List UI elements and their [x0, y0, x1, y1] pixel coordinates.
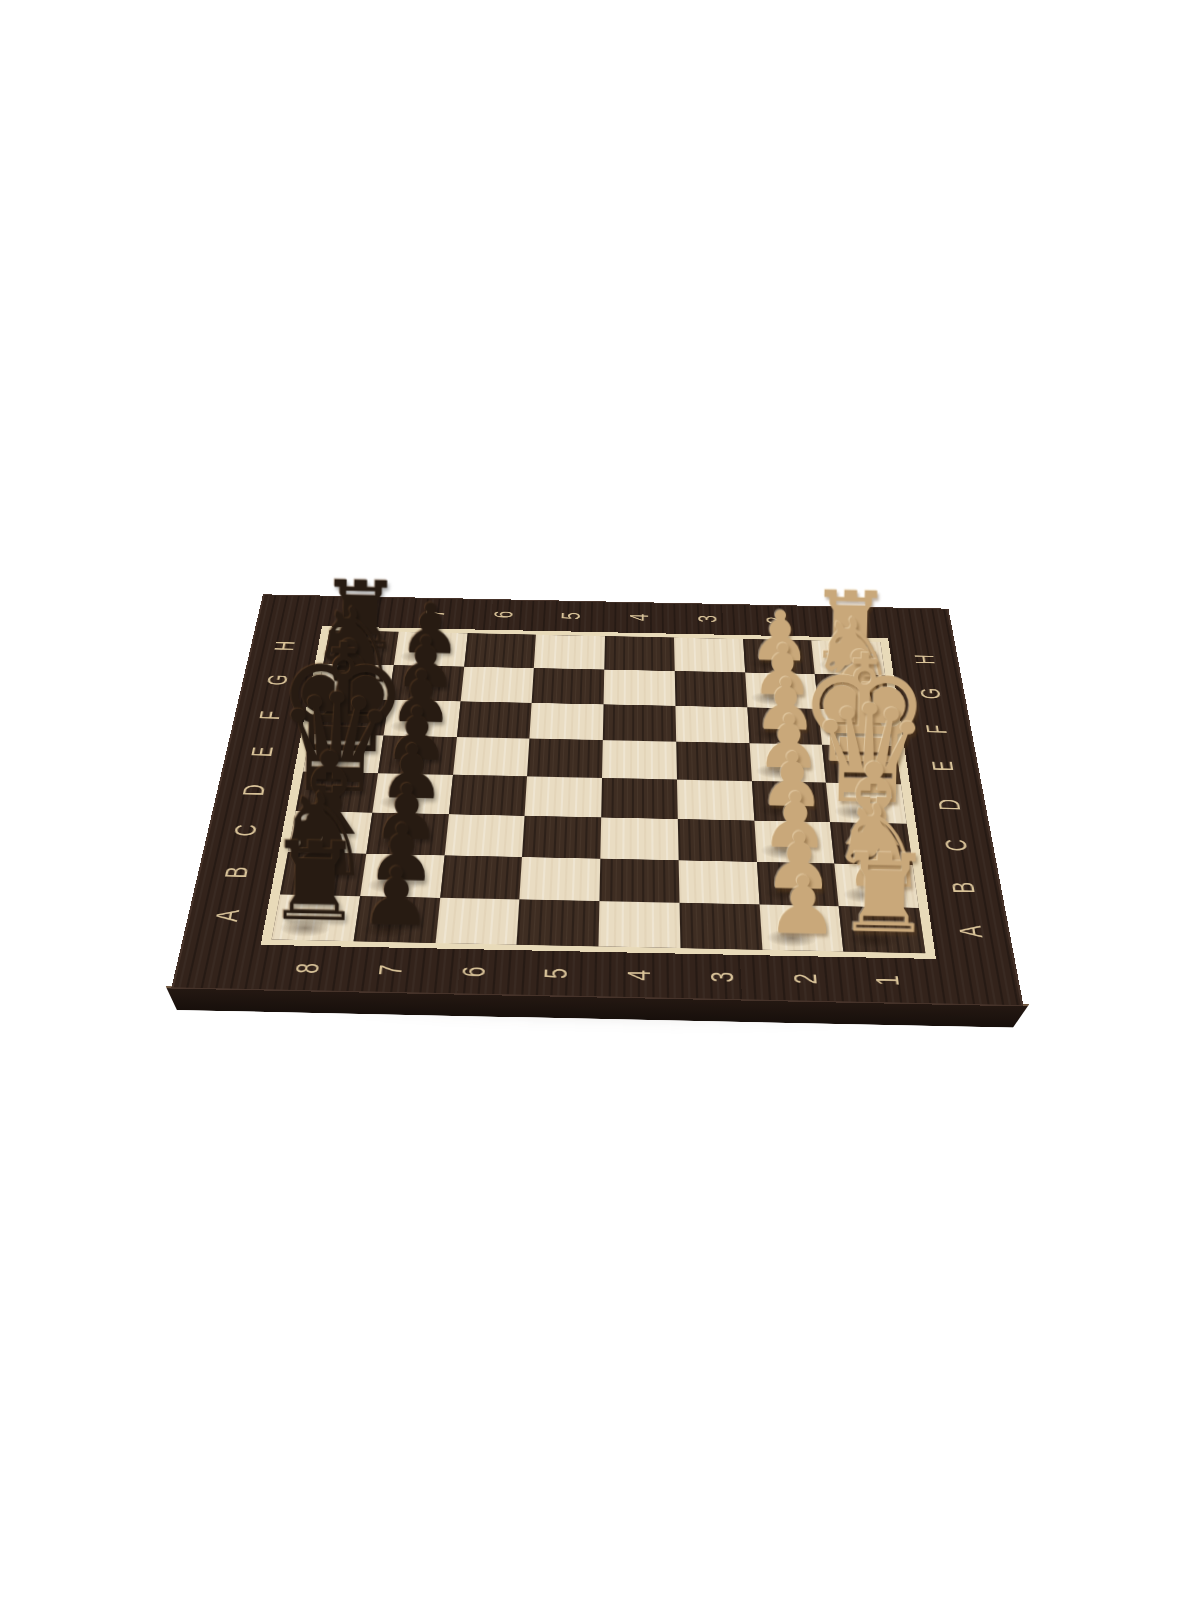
square-f6: [456, 701, 531, 739]
square-c2: ♟: [754, 821, 835, 864]
square-e6: [453, 737, 530, 776]
square-b6: [440, 855, 523, 900]
rank-label-6: 6: [469, 598, 537, 631]
square-a8: ♜: [272, 895, 360, 942]
square-f2: ♟: [747, 707, 822, 745]
file-label-F: F: [230, 697, 310, 733]
square-b2: ♟: [756, 862, 839, 907]
chessboard-scene: 87654321 87654321 HGFEDCBA HGFEDCBA ♜♟♟♜…: [214, 390, 990, 1166]
square-h6: [464, 633, 536, 668]
square-b5: [520, 857, 601, 902]
rank-label-2: 2: [742, 604, 810, 637]
file-label-E: E: [903, 747, 983, 785]
square-h8: ♜: [323, 630, 398, 665]
square-h2: ♟: [743, 639, 815, 674]
rank-label-3: 3: [674, 602, 741, 635]
playing-field: ♜♟♟♜♞♟♟♞♝♟♟♝♚♟♟♚♛♟♟♛♝♟♟♝♞♟♟♞♜♟♟♜: [261, 626, 936, 959]
square-b8: ♞: [280, 852, 366, 896]
rank-label-3: 3: [682, 953, 764, 1002]
square-d4: [601, 778, 677, 819]
rank-label-5: 5: [538, 600, 605, 633]
rank-label-8: 8: [331, 595, 402, 628]
file-label-C: C: [202, 810, 288, 851]
file-label-G: G: [238, 663, 316, 698]
rank-label-1: 1: [809, 605, 879, 638]
rank-label-5: 5: [515, 949, 597, 998]
square-d7: ♟: [372, 773, 452, 814]
square-d6: [448, 775, 527, 816]
rank-label-7: 7: [347, 946, 433, 995]
square-b3: [678, 860, 759, 905]
square-c4: [600, 817, 678, 860]
square-d1: ♛: [826, 783, 906, 824]
square-e4: [602, 740, 677, 779]
square-a5: [517, 900, 600, 947]
rank-label-1: 1: [846, 956, 932, 1005]
rank-label-6: 6: [431, 948, 515, 997]
square-d8: ♛: [296, 772, 378, 813]
chessboard: 87654321 87654321 HGFEDCBA HGFEDCBA ♜♟♟♜…: [171, 594, 1023, 1006]
rank-label-4: 4: [606, 601, 672, 634]
file-label-C: C: [915, 825, 999, 866]
square-f7: ♟: [383, 700, 460, 738]
square-e5: [527, 739, 603, 778]
file-label-H: H: [246, 629, 322, 662]
square-a6: [435, 898, 520, 945]
square-h4: [604, 636, 674, 671]
square-g1: ♞: [815, 674, 890, 710]
rank-label-7: 7: [400, 597, 470, 630]
square-g6: [460, 667, 534, 703]
square-f1: ♝: [819, 709, 896, 747]
square-h7: ♟: [394, 632, 468, 667]
file-label-A: A: [182, 894, 272, 939]
board-grid: ♜♟♟♜♞♟♟♞♝♟♟♝♚♟♟♚♛♟♟♛♝♟♟♝♞♟♟♞♜♟♟♜: [272, 630, 926, 953]
square-c7: ♟: [366, 813, 448, 856]
square-c6: [444, 814, 525, 857]
file-label-E: E: [221, 733, 303, 771]
square-h5: [534, 635, 605, 670]
file-label-G: G: [892, 676, 969, 711]
square-b4: [599, 858, 679, 903]
square-e2: ♟: [749, 743, 826, 782]
square-g3: [675, 671, 747, 707]
square-c1: ♝: [830, 822, 912, 865]
file-label-B: B: [192, 851, 280, 894]
square-g4: [604, 669, 676, 705]
rank-label-8: 8: [263, 944, 351, 993]
square-f5: [530, 703, 604, 741]
product-photo-stage: 87654321 87654321 HGFEDCBA HGFEDCBA ♜♟♟♜…: [0, 0, 1200, 1600]
rank-label-4: 4: [599, 951, 680, 1000]
file-label-D: D: [909, 785, 991, 825]
square-a7: ♟: [353, 896, 439, 943]
square-h3: [674, 638, 745, 673]
square-g8: ♞: [317, 664, 394, 700]
square-e1: ♚: [822, 745, 901, 784]
square-f3: [675, 706, 749, 744]
square-a1: ♜: [839, 906, 925, 953]
square-f4: [603, 704, 676, 742]
square-d5: [525, 776, 602, 817]
square-e3: [676, 742, 752, 781]
square-c3: [678, 819, 757, 862]
square-a2: ♟: [759, 905, 844, 952]
file-label-H: H: [887, 643, 962, 677]
square-g5: [532, 668, 604, 704]
square-g7: ♟: [389, 665, 464, 701]
square-e7: ♟: [378, 736, 457, 775]
square-a4: [598, 901, 680, 948]
square-f8: ♝: [310, 698, 388, 736]
rank-label-2: 2: [764, 955, 848, 1004]
square-d3: [677, 780, 754, 821]
file-label-B: B: [921, 866, 1007, 909]
square-d2: ♟: [751, 781, 830, 822]
file-label-A: A: [927, 909, 1015, 954]
square-b1: ♞: [835, 863, 919, 908]
square-b7: ♟: [360, 854, 444, 899]
file-label-F: F: [898, 711, 976, 747]
square-a3: [679, 903, 762, 950]
square-e8: ♚: [303, 734, 383, 773]
square-c5: [522, 816, 601, 859]
square-c8: ♝: [288, 811, 372, 854]
square-h1: ♜: [812, 640, 886, 675]
square-g2: ♟: [745, 672, 819, 708]
file-label-D: D: [212, 771, 296, 810]
